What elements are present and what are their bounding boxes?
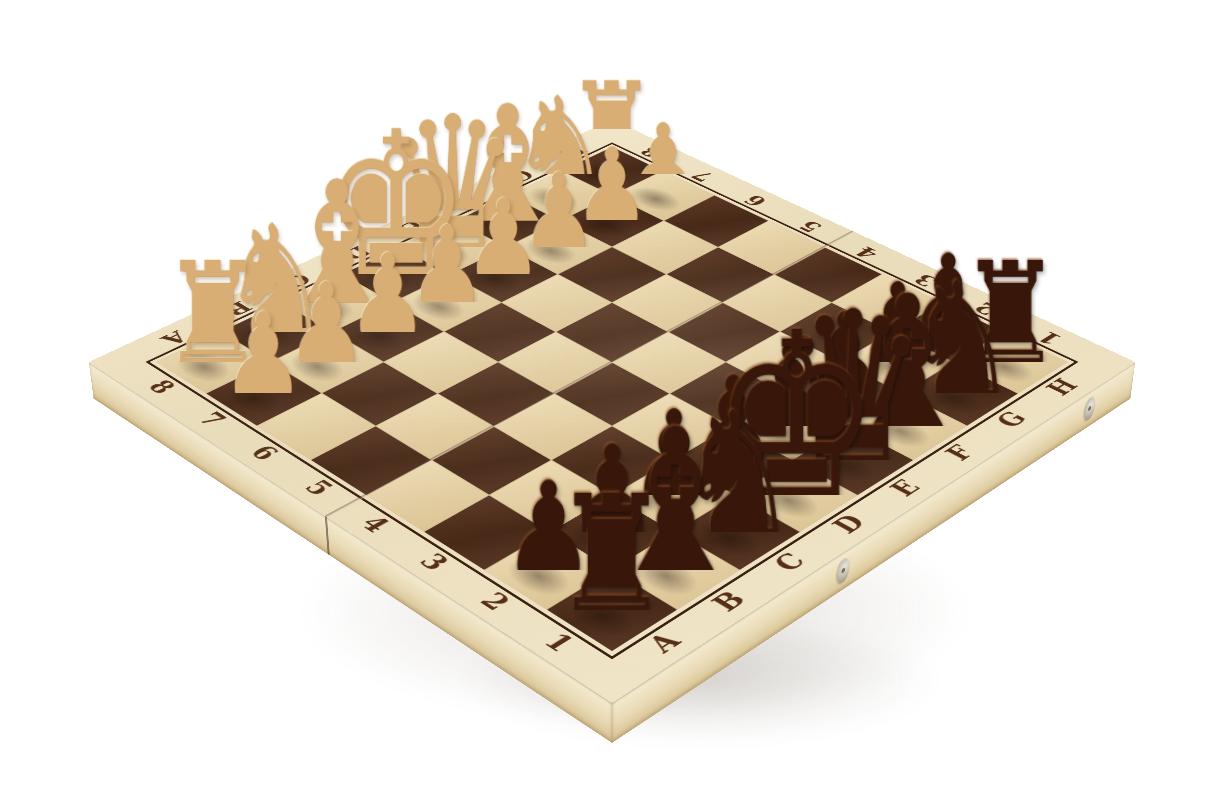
product-photo-stage: 87654321 87654321 HGFEDCBA HGFEDCBA ♜♟♟♜… <box>0 0 1218 802</box>
perspective-scene: 87654321 87654321 HGFEDCBA HGFEDCBA ♜♟♟♜… <box>0 0 1218 802</box>
piece-dark-rook-a1[interactable]: ♜ <box>486 335 739 610</box>
chess-board: 87654321 87654321 HGFEDCBA HGFEDCBA ♜♟♟♜… <box>89 120 1136 703</box>
metal-latch <box>1083 394 1096 423</box>
metal-latch <box>836 555 850 586</box>
fold-seam-cut <box>325 516 330 556</box>
piece-light-pawn-a7[interactable]: ♟ <box>151 149 375 393</box>
